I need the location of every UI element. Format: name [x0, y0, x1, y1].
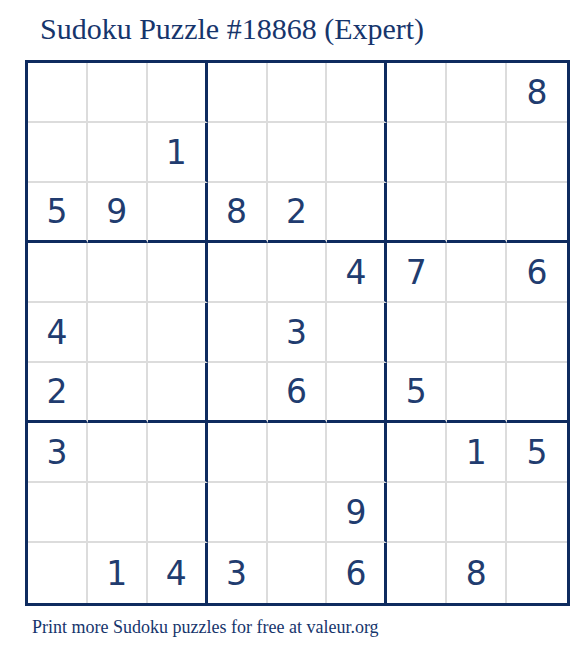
cell-r9c9[interactable]	[507, 543, 567, 603]
cell-r1c1[interactable]	[28, 63, 88, 123]
cell-r3c6[interactable]	[327, 183, 387, 243]
cell-r9c7[interactable]	[387, 543, 447, 603]
cell-r5c3[interactable]	[148, 303, 208, 363]
cell-r4c9[interactable]: 6	[507, 243, 567, 303]
cell-r4c2[interactable]	[88, 243, 148, 303]
cell-r9c4[interactable]: 3	[208, 543, 268, 603]
cell-r8c9[interactable]	[507, 483, 567, 543]
cell-r3c2[interactable]: 9	[88, 183, 148, 243]
cell-r8c5[interactable]	[268, 483, 328, 543]
cell-r8c7[interactable]	[387, 483, 447, 543]
cell-r2c4[interactable]	[208, 123, 268, 183]
cell-r6c8[interactable]	[447, 363, 507, 423]
sudoku-board: 81598247643265315914368	[25, 60, 570, 606]
cell-r8c6[interactable]: 9	[327, 483, 387, 543]
cell-r7c6[interactable]	[327, 423, 387, 483]
cell-r8c2[interactable]	[88, 483, 148, 543]
cell-r3c1[interactable]: 5	[28, 183, 88, 243]
cell-r2c2[interactable]	[88, 123, 148, 183]
cell-r7c3[interactable]	[148, 423, 208, 483]
cell-r5c4[interactable]	[208, 303, 268, 363]
cell-r3c7[interactable]	[387, 183, 447, 243]
cell-r1c2[interactable]	[88, 63, 148, 123]
cell-r1c4[interactable]	[208, 63, 268, 123]
cell-r8c8[interactable]	[447, 483, 507, 543]
cell-r7c9[interactable]: 5	[507, 423, 567, 483]
cell-r6c7[interactable]: 5	[387, 363, 447, 423]
cell-r1c5[interactable]	[268, 63, 328, 123]
cell-r1c7[interactable]	[387, 63, 447, 123]
cell-r5c9[interactable]	[507, 303, 567, 363]
cell-r5c5[interactable]: 3	[268, 303, 328, 363]
cell-r7c7[interactable]	[387, 423, 447, 483]
cell-r2c8[interactable]	[447, 123, 507, 183]
cell-r7c4[interactable]	[208, 423, 268, 483]
cell-r9c8[interactable]: 8	[447, 543, 507, 603]
cell-r1c6[interactable]	[327, 63, 387, 123]
cell-r8c1[interactable]	[28, 483, 88, 543]
cell-r8c4[interactable]	[208, 483, 268, 543]
cell-r1c3[interactable]	[148, 63, 208, 123]
cell-r2c7[interactable]	[387, 123, 447, 183]
cell-r7c1[interactable]: 3	[28, 423, 88, 483]
cell-r9c3[interactable]: 4	[148, 543, 208, 603]
cell-r9c1[interactable]	[28, 543, 88, 603]
cell-r1c8[interactable]	[447, 63, 507, 123]
cell-r7c2[interactable]	[88, 423, 148, 483]
cell-r9c6[interactable]: 6	[327, 543, 387, 603]
cell-r2c6[interactable]	[327, 123, 387, 183]
cell-r6c4[interactable]	[208, 363, 268, 423]
cell-r3c8[interactable]	[447, 183, 507, 243]
cell-r6c6[interactable]	[327, 363, 387, 423]
cell-r9c5[interactable]	[268, 543, 328, 603]
cell-r6c2[interactable]	[88, 363, 148, 423]
cell-r6c3[interactable]	[148, 363, 208, 423]
cell-r5c2[interactable]	[88, 303, 148, 363]
cell-r3c5[interactable]: 2	[268, 183, 328, 243]
cell-r4c1[interactable]	[28, 243, 88, 303]
cell-r3c9[interactable]	[507, 183, 567, 243]
cell-r3c3[interactable]	[148, 183, 208, 243]
cell-r4c6[interactable]: 4	[327, 243, 387, 303]
cell-r7c5[interactable]	[268, 423, 328, 483]
cell-r7c8[interactable]: 1	[447, 423, 507, 483]
cell-r2c5[interactable]	[268, 123, 328, 183]
cell-r2c9[interactable]	[507, 123, 567, 183]
cell-r4c3[interactable]	[148, 243, 208, 303]
cell-r2c1[interactable]	[28, 123, 88, 183]
cell-r9c2[interactable]: 1	[88, 543, 148, 603]
footer-credit: Print more Sudoku puzzles for free at va…	[32, 617, 379, 638]
sudoku-page: Sudoku Puzzle #18868 (Expert) 8159824764…	[0, 0, 580, 651]
cell-r5c7[interactable]	[387, 303, 447, 363]
cell-r4c7[interactable]: 7	[387, 243, 447, 303]
cell-r4c5[interactable]	[268, 243, 328, 303]
cell-r5c8[interactable]	[447, 303, 507, 363]
cell-r1c9[interactable]: 8	[507, 63, 567, 123]
cell-r4c4[interactable]	[208, 243, 268, 303]
cell-r5c1[interactable]: 4	[28, 303, 88, 363]
cell-r6c1[interactable]: 2	[28, 363, 88, 423]
cell-r8c3[interactable]	[148, 483, 208, 543]
cell-r3c4[interactable]: 8	[208, 183, 268, 243]
cell-r2c3[interactable]: 1	[148, 123, 208, 183]
cell-r6c5[interactable]: 6	[268, 363, 328, 423]
cell-r6c9[interactable]	[507, 363, 567, 423]
cell-r5c6[interactable]	[327, 303, 387, 363]
cell-r4c8[interactable]	[447, 243, 507, 303]
page-title: Sudoku Puzzle #18868 (Expert)	[40, 12, 424, 46]
